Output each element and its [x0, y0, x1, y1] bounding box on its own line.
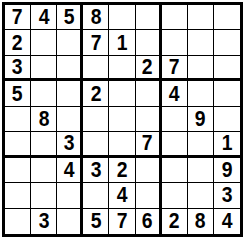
sudoku-cell-r5c8: 9 [188, 107, 214, 132]
sudoku-cell-r6c1[interactable] [5, 132, 31, 157]
sudoku-cell-r7c1[interactable] [5, 158, 31, 183]
sudoku-cell-r5c9[interactable] [214, 107, 240, 132]
sudoku-cell-r6c5[interactable] [109, 132, 135, 157]
sudoku-cell-r7c8[interactable] [188, 158, 214, 183]
sudoku-cell-r7c5: 2 [109, 158, 135, 183]
sudoku-cell-r2c1: 2 [5, 30, 31, 55]
given-digit: 1 [222, 132, 233, 154]
sudoku-cell-r9c6: 6 [136, 209, 162, 234]
sudoku-cell-r8c1[interactable] [5, 183, 31, 208]
given-digit: 4 [222, 210, 233, 232]
sudoku-cell-r2c2[interactable] [31, 30, 57, 55]
sudoku-cell-r5c4[interactable] [83, 107, 109, 132]
sudoku-cell-r2c3[interactable] [57, 30, 83, 55]
sudoku-cell-r1c1: 7 [5, 5, 31, 30]
given-digit: 5 [90, 210, 101, 232]
given-digit: 2 [117, 159, 128, 181]
sudoku-cell-r6c2[interactable] [31, 132, 57, 157]
sudoku-cell-r9c1[interactable] [5, 209, 31, 234]
given-digit: 4 [63, 159, 74, 181]
sudoku-cell-r3c8[interactable] [188, 56, 214, 81]
sudoku-cell-r3c4[interactable] [83, 56, 109, 81]
sudoku-cell-r7c9: 9 [214, 158, 240, 183]
sudoku-cell-r3c7: 7 [162, 56, 188, 81]
sudoku-cell-r1c6[interactable] [136, 5, 162, 30]
sudoku-cell-r3c6: 2 [136, 56, 162, 81]
sudoku-cell-r2c8[interactable] [188, 30, 214, 55]
given-digit: 3 [38, 210, 49, 232]
given-digit: 3 [90, 159, 101, 181]
sudoku-cell-r4c9[interactable] [214, 81, 240, 106]
sudoku-cell-r1c5[interactable] [109, 5, 135, 30]
sudoku-cell-r6c8[interactable] [188, 132, 214, 157]
sudoku-board: 7458271327524893714329433576284 [2, 2, 243, 237]
sudoku-cell-r9c3[interactable] [57, 209, 83, 234]
given-digit: 8 [195, 210, 206, 232]
sudoku-cell-r5c2: 8 [31, 107, 57, 132]
sudoku-cell-r8c5: 4 [109, 183, 135, 208]
sudoku-cell-r5c7[interactable] [162, 107, 188, 132]
sudoku-cell-r2c6[interactable] [136, 30, 162, 55]
given-digit: 2 [169, 210, 180, 232]
given-digit: 4 [169, 83, 180, 105]
sudoku-cell-r4c3[interactable] [57, 81, 83, 106]
sudoku-cell-r5c6[interactable] [136, 107, 162, 132]
sudoku-cell-r4c1: 5 [5, 81, 31, 106]
sudoku-cell-r1c3: 5 [57, 5, 83, 30]
sudoku-cell-r3c3[interactable] [57, 56, 83, 81]
sudoku-cell-r8c6[interactable] [136, 183, 162, 208]
sudoku-cell-r4c8[interactable] [188, 81, 214, 106]
sudoku-cell-r9c7: 2 [162, 209, 188, 234]
sudoku-cell-r1c8[interactable] [188, 5, 214, 30]
sudoku-cell-r8c3[interactable] [57, 183, 83, 208]
sudoku-cell-r8c4[interactable] [83, 183, 109, 208]
given-digit: 5 [63, 6, 74, 28]
sudoku-cell-r6c4[interactable] [83, 132, 109, 157]
given-digit: 6 [142, 210, 153, 232]
sudoku-cell-r2c7[interactable] [162, 30, 188, 55]
given-digit: 3 [222, 184, 233, 206]
given-digit: 7 [12, 6, 23, 28]
sudoku-cell-r1c2: 4 [31, 5, 57, 30]
sudoku-cell-r7c4: 3 [83, 158, 109, 183]
sudoku-cell-r5c3[interactable] [57, 107, 83, 132]
sudoku-cell-r3c1: 3 [5, 56, 31, 81]
sudoku-cell-r9c8: 8 [188, 209, 214, 234]
given-digit: 1 [117, 32, 128, 54]
sudoku-cell-r5c1[interactable] [5, 107, 31, 132]
sudoku-cell-r8c7[interactable] [162, 183, 188, 208]
given-digit: 7 [117, 210, 128, 232]
sudoku-cell-r3c2[interactable] [31, 56, 57, 81]
given-digit: 9 [222, 159, 233, 181]
given-digit: 4 [38, 6, 49, 28]
sudoku-cell-r9c4: 5 [83, 209, 109, 234]
sudoku-cell-r6c7[interactable] [162, 132, 188, 157]
sudoku-cell-r6c3: 3 [57, 132, 83, 157]
sudoku-cell-r4c6[interactable] [136, 81, 162, 106]
sudoku-cell-r1c9[interactable] [214, 5, 240, 30]
given-digit: 3 [63, 132, 74, 154]
given-digit: 7 [142, 132, 153, 154]
sudoku-cell-r1c4: 8 [83, 5, 109, 30]
sudoku-cell-r8c9: 3 [214, 183, 240, 208]
sudoku-cell-r6c9: 1 [214, 132, 240, 157]
sudoku-cell-r7c2[interactable] [31, 158, 57, 183]
given-digit: 5 [12, 83, 23, 105]
sudoku-cell-r4c4: 2 [83, 81, 109, 106]
sudoku-cell-r9c2: 3 [31, 209, 57, 234]
sudoku-cell-r4c2[interactable] [31, 81, 57, 106]
sudoku-cell-r2c4: 7 [83, 30, 109, 55]
sudoku-cell-r2c5: 1 [109, 30, 135, 55]
sudoku-cell-r7c3: 4 [57, 158, 83, 183]
sudoku-cell-r4c7: 4 [162, 81, 188, 106]
sudoku-cell-r2c9[interactable] [214, 30, 240, 55]
given-digit: 7 [169, 56, 180, 78]
given-digit: 4 [117, 184, 128, 206]
sudoku-cell-r8c2[interactable] [31, 183, 57, 208]
sudoku-cell-r6c6: 7 [136, 132, 162, 157]
sudoku-cell-r9c5: 7 [109, 209, 135, 234]
sudoku-cell-r5c5[interactable] [109, 107, 135, 132]
given-digit: 7 [90, 32, 101, 54]
given-digit: 2 [12, 32, 23, 54]
sudoku-cell-r9c9: 4 [214, 209, 240, 234]
sudoku-cell-r3c5[interactable] [109, 56, 135, 81]
given-digit: 3 [12, 56, 23, 78]
sudoku-cell-r7c6[interactable] [136, 158, 162, 183]
given-digit: 9 [195, 108, 206, 130]
sudoku-cell-r3c9[interactable] [214, 56, 240, 81]
sudoku-cell-r8c8[interactable] [188, 183, 214, 208]
given-digit: 8 [90, 6, 101, 28]
given-digit: 8 [38, 108, 49, 130]
given-digit: 2 [90, 83, 101, 105]
given-digit: 2 [142, 56, 153, 78]
sudoku-cell-r1c7[interactable] [162, 5, 188, 30]
sudoku-cell-r7c7[interactable] [162, 158, 188, 183]
sudoku-cell-r4c5[interactable] [109, 81, 135, 106]
